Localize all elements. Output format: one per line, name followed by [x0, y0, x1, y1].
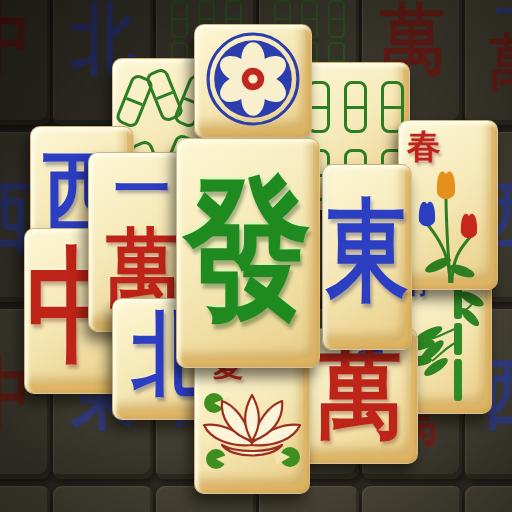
tile-season-spring[interactable]: 春: [398, 120, 498, 290]
spring-character: 春: [407, 129, 441, 163]
tile-dot-plate[interactable]: [194, 24, 312, 138]
tile-season-summer[interactable]: 夏: [194, 350, 310, 494]
green-dragon-character: 發: [184, 170, 312, 336]
bg-tile-中: 中: [0, 0, 50, 125]
bg-tile-東: 東: [53, 486, 153, 512]
man-character: 萬: [316, 341, 402, 452]
mahjong-app-icon: 中北萬一萬西東萬西中東東一萬西北東萬一萬西 西 中 竹: [0, 0, 512, 512]
bg-tile-char2: 一萬: [465, 0, 512, 125]
lotus-icon: [200, 387, 304, 475]
bg-tile-char2: 一萬: [362, 486, 462, 512]
bg-tile-北: 北: [0, 486, 50, 512]
tile-green-dragon[interactable]: 發: [176, 138, 320, 368]
tile-east-wind[interactable]: 東: [322, 164, 412, 350]
plate-medallion-icon: [204, 30, 302, 128]
bg-tile-西: 西: [465, 486, 512, 512]
east-wind-character: 東: [326, 196, 408, 318]
